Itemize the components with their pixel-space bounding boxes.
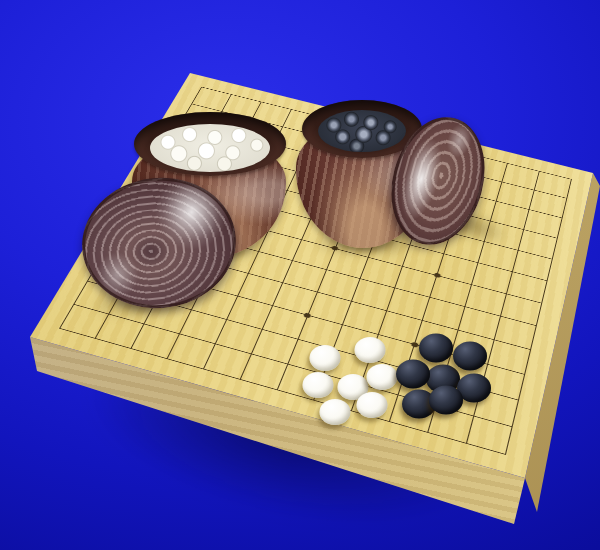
black-stones-heap [318,110,406,152]
white-stone [310,345,341,371]
white-stones-heap [150,124,270,172]
velvet-background [0,0,600,550]
black-stone [429,386,463,415]
white-stone [355,337,386,363]
black-stone [453,342,487,371]
black-stone [396,360,430,389]
white-stone [367,364,398,390]
white-stone [357,392,388,418]
black-stone [419,334,453,363]
white-stone [303,372,334,398]
white-stone [320,399,351,425]
